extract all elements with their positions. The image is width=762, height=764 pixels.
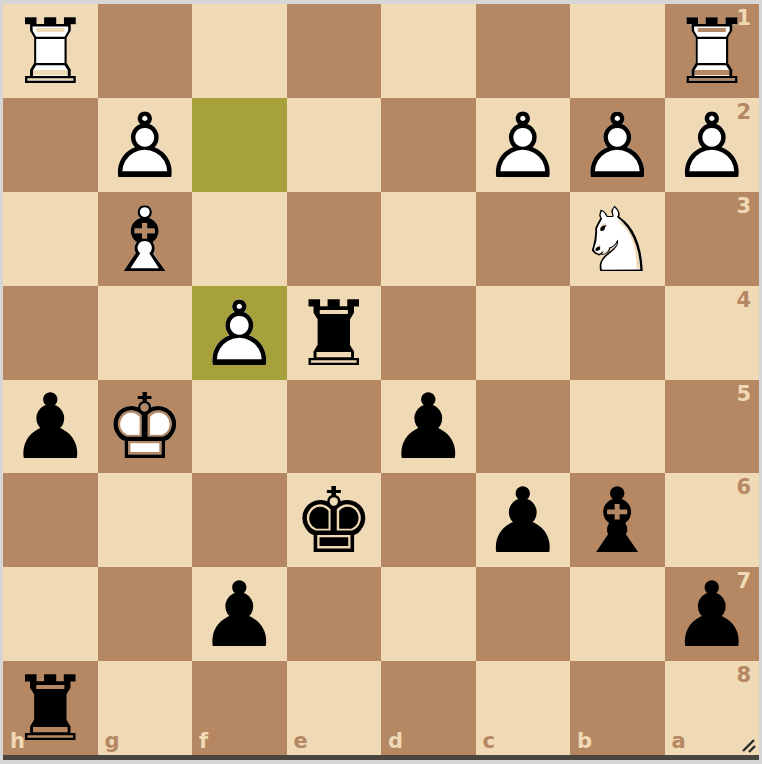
square-f1[interactable] [192,4,287,98]
square-c6[interactable]: ♟ [476,473,571,567]
square-d7[interactable] [381,567,476,661]
square-e8[interactable]: e [287,661,382,755]
square-f7[interactable]: ♟ [192,567,287,661]
square-c4[interactable] [476,286,571,380]
square-h5[interactable]: ♟ [3,380,98,474]
square-b8[interactable]: b [570,661,665,755]
file-label-f: f [199,731,208,752]
square-d8[interactable]: d [381,661,476,755]
square-c8[interactable]: c [476,661,571,755]
white-king-icon[interactable]: ♚♔ [98,380,193,474]
white-rook-icon[interactable]: ♜♖ [665,4,760,98]
square-e1[interactable] [287,4,382,98]
square-f2[interactable] [192,98,287,192]
square-b3[interactable]: ♞♘ [570,192,665,286]
square-g5[interactable]: ♚♔ [98,380,193,474]
black-pawn-icon[interactable]: ♟ [476,473,571,567]
square-g3[interactable]: ♝♗ [98,192,193,286]
piece-fill-layer: ♟ [476,474,571,568]
square-c5[interactable] [476,380,571,474]
square-d4[interactable] [381,286,476,380]
square-a6[interactable]: 6 [665,473,760,567]
square-d3[interactable] [381,192,476,286]
square-h8[interactable]: h♜ [3,661,98,755]
file-label-b: b [577,731,592,752]
square-b2[interactable]: ♟♙ [570,98,665,192]
square-f3[interactable] [192,192,287,286]
page-frame: ♜♖1♜♖♟♙♟♙♟♙2♟♙♝♗♞♘3♟♙♜4♟♚♔♟5♚♟♝6♟7♟h♜gfe… [0,0,762,764]
black-pawn-icon[interactable]: ♟ [381,380,476,474]
white-pawn-icon[interactable]: ♟♙ [192,286,287,380]
piece-fill-layer: ♜ [287,287,382,381]
square-g8[interactable]: g [98,661,193,755]
square-g4[interactable] [98,286,193,380]
black-bishop-icon[interactable]: ♝ [570,473,665,567]
piece-outline-layer: ♔ [98,381,193,475]
piece-outline-layer: ♙ [98,99,193,193]
rank-label-4: 4 [736,290,751,311]
square-h7[interactable] [3,567,98,661]
square-c3[interactable] [476,192,571,286]
piece-fill-layer: ♟ [3,381,98,475]
rank-label-8: 8 [736,665,751,686]
file-label-e: e [294,731,308,752]
piece-fill-layer: ♜ [3,662,98,756]
square-a2[interactable]: 2♟♙ [665,98,760,192]
square-c2[interactable]: ♟♙ [476,98,571,192]
square-h2[interactable] [3,98,98,192]
square-g2[interactable]: ♟♙ [98,98,193,192]
file-label-a: a [672,731,686,752]
square-a1[interactable]: 1♜♖ [665,4,760,98]
piece-fill-layer: ♝ [570,474,665,568]
square-a4[interactable]: 4 [665,286,760,380]
file-label-g: g [105,731,120,752]
square-g6[interactable] [98,473,193,567]
white-knight-icon[interactable]: ♞♘ [570,192,665,286]
file-label-c: c [483,731,495,752]
square-e5[interactable] [287,380,382,474]
square-c1[interactable] [476,4,571,98]
file-label-d: d [388,731,403,752]
square-a7[interactable]: 7♟ [665,567,760,661]
square-b5[interactable] [570,380,665,474]
square-g1[interactable] [98,4,193,98]
square-e4[interactable]: ♜ [287,286,382,380]
square-b1[interactable] [570,4,665,98]
black-rook-icon[interactable]: ♜ [287,286,382,380]
square-d1[interactable] [381,4,476,98]
white-pawn-icon[interactable]: ♟♙ [476,98,571,192]
square-a5[interactable]: 5 [665,380,760,474]
rank-label-6: 6 [736,477,751,498]
square-d6[interactable] [381,473,476,567]
white-pawn-icon[interactable]: ♟♙ [665,98,760,192]
square-b7[interactable] [570,567,665,661]
square-f4[interactable]: ♟♙ [192,286,287,380]
piece-fill-layer: ♟ [665,568,760,662]
square-e7[interactable] [287,567,382,661]
rank-label-5: 5 [736,384,751,405]
square-c7[interactable] [476,567,571,661]
square-h1[interactable]: ♜♖ [3,4,98,98]
white-pawn-icon[interactable]: ♟♙ [98,98,193,192]
white-bishop-icon[interactable]: ♝♗ [98,192,193,286]
black-pawn-icon[interactable]: ♟ [192,567,287,661]
chess-board: ♜♖1♜♖♟♙♟♙♟♙2♟♙♝♗♞♘3♟♙♜4♟♚♔♟5♚♟♝6♟7♟h♜gfe… [3,4,759,755]
piece-outline-layer: ♖ [3,5,98,99]
white-pawn-icon[interactable]: ♟♙ [570,98,665,192]
square-e2[interactable] [287,98,382,192]
piece-outline-layer: ♖ [665,5,760,99]
square-g7[interactable] [98,567,193,661]
square-b4[interactable] [570,286,665,380]
piece-outline-layer: ♗ [98,193,193,287]
black-king-icon[interactable]: ♚ [287,473,382,567]
square-d2[interactable] [381,98,476,192]
piece-outline-layer: ♙ [570,99,665,193]
resize-handle-icon[interactable] [738,735,756,753]
square-b6[interactable]: ♝ [570,473,665,567]
square-e3[interactable] [287,192,382,286]
white-rook-icon[interactable]: ♜♖ [3,4,98,98]
piece-outline-layer: ♙ [476,99,571,193]
piece-outline-layer: ♙ [665,99,760,193]
rank-label-3: 3 [736,196,751,217]
square-f5[interactable] [192,380,287,474]
square-f6[interactable] [192,473,287,567]
square-h6[interactable] [3,473,98,567]
square-f8[interactable]: f [192,661,287,755]
square-a3[interactable]: 3 [665,192,760,286]
black-pawn-icon[interactable]: ♟ [3,380,98,474]
piece-fill-layer: ♟ [192,568,287,662]
board-bottom-edge [3,755,759,760]
square-h3[interactable] [3,192,98,286]
piece-outline-layer: ♘ [570,193,665,287]
black-rook-icon[interactable]: ♜ [3,661,98,755]
black-pawn-icon[interactable]: ♟ [665,567,760,661]
square-h4[interactable] [3,286,98,380]
square-d5[interactable]: ♟ [381,380,476,474]
piece-fill-layer: ♟ [381,381,476,475]
piece-fill-layer: ♚ [287,474,382,568]
piece-outline-layer: ♙ [192,287,287,381]
square-e6[interactable]: ♚ [287,473,382,567]
